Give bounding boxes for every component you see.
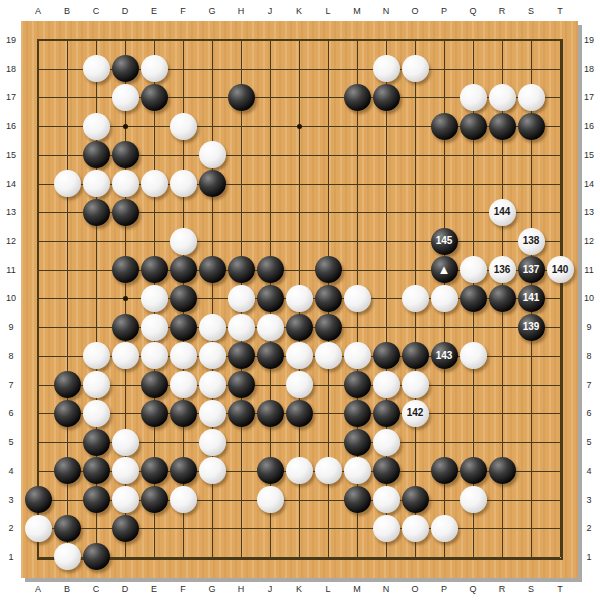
row-label-right: 11 (584, 265, 593, 275)
column-label-top: R (499, 6, 506, 16)
row-label-right: 4 (586, 466, 591, 476)
white-stone (199, 457, 226, 484)
black-stone (141, 457, 168, 484)
black-stone (83, 429, 110, 456)
move-number-label: 137 (523, 265, 540, 275)
row-label-left: 13 (6, 207, 16, 217)
white-stone (112, 84, 139, 111)
column-label-bottom: D (122, 584, 129, 594)
row-label-right: 8 (586, 351, 591, 361)
column-label-bottom: B (64, 584, 70, 594)
column-label-top: F (180, 6, 186, 16)
column-label-top: C (93, 6, 100, 16)
black-stone (141, 400, 168, 427)
black-stone (315, 285, 342, 312)
black-stone (54, 371, 81, 398)
black-stone (344, 371, 371, 398)
column-label-bottom: T (557, 584, 563, 594)
white-stone (402, 285, 429, 312)
white-stone: 136 (489, 256, 516, 283)
row-label-right: 18 (584, 64, 594, 74)
row-label-right: 9 (586, 322, 591, 332)
black-stone (25, 486, 52, 513)
white-stone (518, 84, 545, 111)
black-stone (518, 113, 545, 140)
column-label-bottom: C (93, 584, 100, 594)
column-label-top: N (383, 6, 390, 16)
white-stone (83, 400, 110, 427)
white-stone (199, 429, 226, 456)
black-stone (170, 285, 197, 312)
black-stone (402, 486, 429, 513)
column-label-top: B (64, 6, 70, 16)
white-stone (373, 429, 400, 456)
star-point (123, 124, 128, 129)
white-stone (141, 55, 168, 82)
black-stone (257, 256, 284, 283)
black-stone (141, 371, 168, 398)
star-point (123, 296, 128, 301)
column-label-bottom: P (441, 584, 447, 594)
white-stone: 142 (402, 400, 429, 427)
black-stone (170, 457, 197, 484)
black-stone (431, 457, 458, 484)
black-stone (460, 457, 487, 484)
black-stone (83, 141, 110, 168)
white-stone (344, 285, 371, 312)
row-label-left: 14 (6, 179, 16, 189)
white-stone (83, 55, 110, 82)
white-stone (54, 543, 81, 570)
white-stone (402, 371, 429, 398)
column-label-top: D (122, 6, 129, 16)
white-stone (112, 429, 139, 456)
black-stone: ▲ (431, 256, 458, 283)
black-stone (373, 400, 400, 427)
white-stone (344, 342, 371, 369)
row-label-right: 14 (584, 179, 594, 189)
column-label-top: G (208, 6, 215, 16)
column-label-top: J (268, 6, 273, 16)
black-stone (141, 84, 168, 111)
row-label-right: 17 (584, 92, 594, 102)
white-stone (170, 228, 197, 255)
white-stone (199, 141, 226, 168)
row-label-left: 12 (6, 236, 16, 246)
row-label-right: 2 (586, 523, 591, 533)
star-point (297, 124, 302, 129)
black-stone (112, 256, 139, 283)
column-label-bottom: O (411, 584, 418, 594)
black-stone (489, 113, 516, 140)
white-stone (286, 285, 313, 312)
move-number-label: 138 (523, 236, 540, 246)
row-label-right: 16 (584, 121, 594, 131)
column-label-top: A (35, 6, 41, 16)
black-stone (460, 113, 487, 140)
row-label-left: 5 (8, 437, 13, 447)
black-stone (141, 486, 168, 513)
black-stone (228, 400, 255, 427)
triangle-mark: ▲ (438, 263, 451, 276)
black-stone (257, 285, 284, 312)
black-stone (373, 84, 400, 111)
black-stone (228, 342, 255, 369)
black-stone (170, 256, 197, 283)
row-label-left: 3 (8, 495, 13, 505)
black-stone (402, 342, 429, 369)
column-label-bottom: M (353, 584, 361, 594)
black-stone (112, 314, 139, 341)
row-label-right: 3 (586, 495, 591, 505)
black-stone (170, 314, 197, 341)
black-stone (315, 314, 342, 341)
column-label-top: E (151, 6, 157, 16)
row-label-left: 15 (6, 150, 16, 160)
column-label-bottom: G (208, 584, 215, 594)
black-stone (373, 457, 400, 484)
row-label-left: 19 (6, 35, 16, 45)
column-label-bottom: J (268, 584, 273, 594)
white-stone (199, 400, 226, 427)
row-label-right: 19 (584, 35, 594, 45)
black-stone (344, 429, 371, 456)
column-label-top: L (325, 6, 330, 16)
column-label-bottom: F (180, 584, 186, 594)
move-number-label: 136 (494, 265, 511, 275)
white-stone (373, 486, 400, 513)
row-label-left: 1 (8, 552, 13, 562)
black-stone (199, 170, 226, 197)
move-number-label: 141 (523, 293, 540, 303)
row-label-right: 1 (586, 552, 591, 562)
column-label-bottom: S (528, 584, 534, 594)
move-number-label: 145 (436, 236, 453, 246)
column-label-bottom: K (296, 584, 302, 594)
black-stone (344, 486, 371, 513)
move-number-label: 143 (436, 351, 453, 361)
row-label-left: 8 (8, 351, 13, 361)
white-stone (141, 285, 168, 312)
row-label-left: 16 (6, 121, 16, 131)
row-label-right: 13 (584, 207, 594, 217)
column-label-top: M (353, 6, 361, 16)
white-stone (83, 371, 110, 398)
row-label-left: 4 (8, 466, 13, 476)
white-stone (199, 342, 226, 369)
black-stone (257, 400, 284, 427)
white-stone (489, 84, 516, 111)
white-stone (460, 84, 487, 111)
white-stone (344, 457, 371, 484)
column-label-top: K (296, 6, 302, 16)
column-label-bottom: N (383, 584, 390, 594)
white-stone (228, 314, 255, 341)
move-number-label: 140 (552, 265, 569, 275)
black-stone (112, 141, 139, 168)
black-stone (83, 543, 110, 570)
black-stone (83, 457, 110, 484)
white-stone (460, 342, 487, 369)
white-stone: 138 (518, 228, 545, 255)
white-stone (170, 486, 197, 513)
white-stone (83, 170, 110, 197)
black-stone: 145 (431, 228, 458, 255)
black-stone (286, 314, 313, 341)
row-label-right: 12 (584, 236, 594, 246)
white-stone (286, 457, 313, 484)
black-stone (228, 256, 255, 283)
white-stone (257, 486, 284, 513)
white-stone (83, 342, 110, 369)
white-stone (460, 256, 487, 283)
black-stone (83, 199, 110, 226)
black-stone (489, 457, 516, 484)
white-stone (25, 515, 52, 542)
white-stone (373, 515, 400, 542)
black-stone (141, 256, 168, 283)
row-label-left: 18 (6, 64, 16, 74)
white-stone (402, 55, 429, 82)
row-label-right: 5 (586, 437, 591, 447)
black-stone (431, 113, 458, 140)
row-label-left: 6 (8, 408, 13, 418)
white-stone (431, 285, 458, 312)
black-stone (373, 342, 400, 369)
row-label-right: 6 (586, 408, 591, 418)
white-stone (170, 342, 197, 369)
black-stone (315, 256, 342, 283)
white-stone (141, 342, 168, 369)
white-stone (112, 342, 139, 369)
white-stone (170, 170, 197, 197)
black-stone: 137 (518, 256, 545, 283)
black-stone (83, 486, 110, 513)
black-stone (170, 400, 197, 427)
black-stone (460, 285, 487, 312)
white-stone (315, 457, 342, 484)
column-label-top: O (411, 6, 418, 16)
white-stone (460, 486, 487, 513)
black-stone: 141 (518, 285, 545, 312)
white-stone (257, 314, 284, 341)
row-label-right: 15 (584, 150, 594, 160)
move-number-label: 144 (494, 207, 511, 217)
black-stone (257, 457, 284, 484)
row-label-left: 10 (6, 293, 16, 303)
white-stone (286, 371, 313, 398)
column-label-top: H (238, 6, 245, 16)
column-label-top: P (441, 6, 447, 16)
white-stone (83, 113, 110, 140)
white-stone (141, 314, 168, 341)
row-label-left: 11 (6, 265, 15, 275)
black-stone (286, 400, 313, 427)
white-stone (228, 285, 255, 312)
column-label-bottom: H (238, 584, 245, 594)
black-stone (489, 285, 516, 312)
column-label-bottom: L (325, 584, 330, 594)
white-stone (112, 170, 139, 197)
black-stone (228, 371, 255, 398)
column-label-bottom: E (151, 584, 157, 594)
black-stone (199, 256, 226, 283)
row-label-left: 9 (8, 322, 13, 332)
black-stone (112, 199, 139, 226)
white-stone (199, 371, 226, 398)
move-number-label: 139 (523, 322, 540, 332)
white-stone (431, 515, 458, 542)
white-stone (54, 170, 81, 197)
white-stone (373, 55, 400, 82)
row-label-right: 7 (586, 380, 591, 390)
move-number-label: 142 (407, 408, 424, 418)
black-stone (54, 457, 81, 484)
row-label-right: 10 (584, 293, 594, 303)
column-label-bottom: A (35, 584, 41, 594)
white-stone (170, 371, 197, 398)
white-stone (402, 515, 429, 542)
column-label-bottom: R (499, 584, 506, 594)
black-stone (344, 84, 371, 111)
black-stone (54, 400, 81, 427)
white-stone (112, 486, 139, 513)
white-stone (199, 314, 226, 341)
black-stone (112, 515, 139, 542)
black-stone (257, 342, 284, 369)
white-stone: 140 (547, 256, 574, 283)
column-label-top: S (528, 6, 534, 16)
white-stone: 144 (489, 199, 516, 226)
row-label-left: 7 (8, 380, 13, 390)
column-label-top: Q (469, 6, 476, 16)
white-stone (286, 342, 313, 369)
row-label-left: 2 (8, 523, 13, 533)
white-stone (141, 170, 168, 197)
go-diagram: 144145138▲136137140141139143142 AABBCCDD… (0, 0, 600, 600)
white-stone (170, 113, 197, 140)
white-stone (373, 371, 400, 398)
black-stone (112, 55, 139, 82)
black-stone (344, 400, 371, 427)
black-stone: 139 (518, 314, 545, 341)
black-stone (54, 515, 81, 542)
column-label-top: T (557, 6, 563, 16)
column-label-bottom: Q (469, 584, 476, 594)
black-stone: 143 (431, 342, 458, 369)
white-stone (112, 457, 139, 484)
black-stone (228, 84, 255, 111)
white-stone (315, 342, 342, 369)
row-label-left: 17 (6, 92, 16, 102)
